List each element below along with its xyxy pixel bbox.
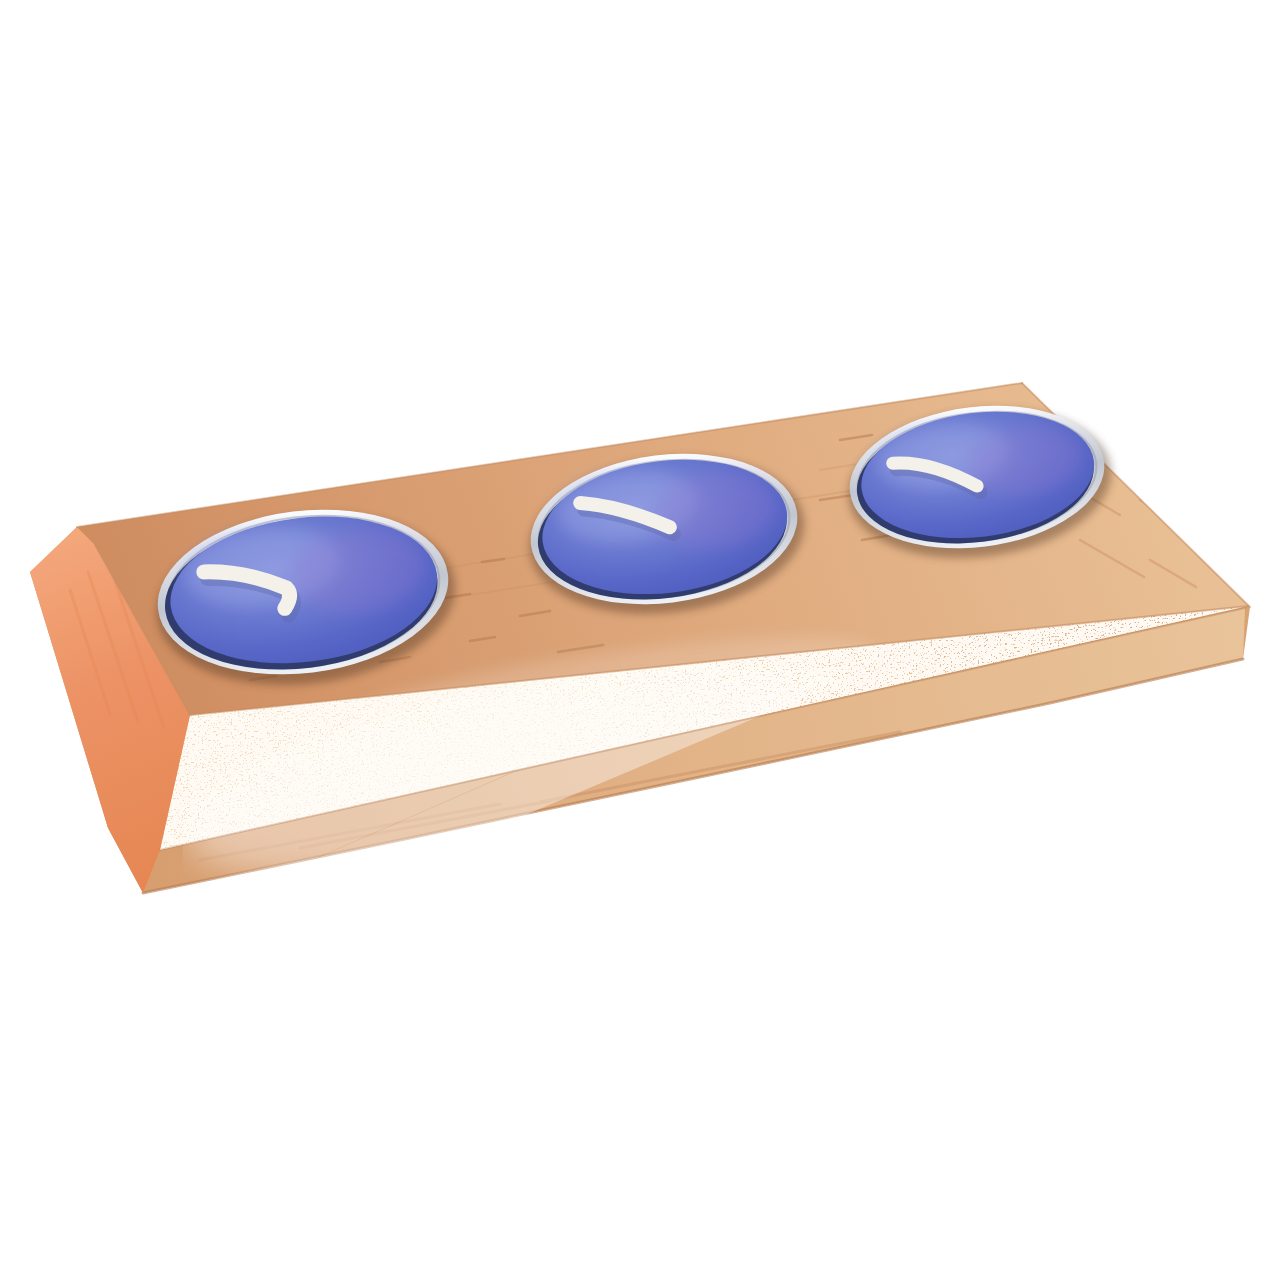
product-photo-canvas [0, 0, 1280, 1280]
product-photo [0, 0, 1280, 1280]
